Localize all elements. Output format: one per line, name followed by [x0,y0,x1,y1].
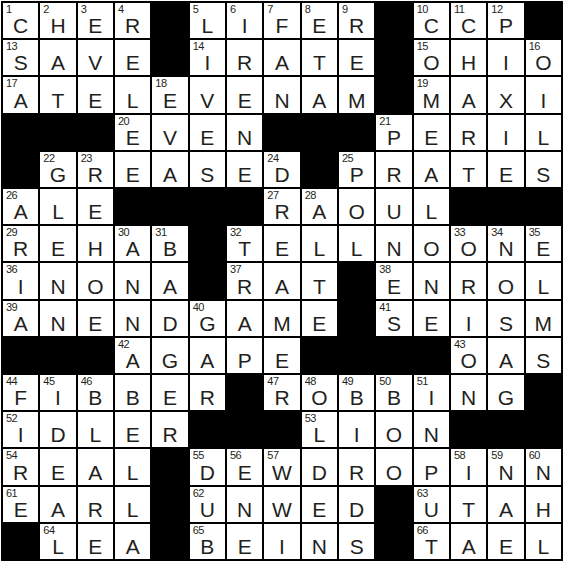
cell-r15c12[interactable]: 66T [414,524,449,559]
cell-r9c9[interactable]: E [302,301,337,336]
cell-r11c12[interactable]: 51I [414,375,449,410]
cell-r9c3[interactable]: E [78,301,113,336]
cell-r13c14[interactable]: 59N [488,449,523,484]
black-square-r4c1 [3,115,38,150]
cell-letter: F [264,15,299,36]
cell-r6c12[interactable]: L [414,189,449,224]
cell-r11c5[interactable]: E [152,375,187,410]
cell-r3c4[interactable]: L [115,77,150,112]
cell-r7c11[interactable]: N [376,226,411,261]
cell-r8c5[interactable]: A [152,263,187,298]
cell-r5c15[interactable]: S [526,152,561,187]
cell-r13c3[interactable]: A [78,449,113,484]
cell-r15c3[interactable]: E [78,524,113,559]
clue-number: 8 [305,4,311,16]
cell-letter: R [264,201,299,222]
cell-r13c15[interactable]: 60N [526,449,561,484]
cell-r8c2[interactable]: N [40,263,75,298]
cell-r2c8[interactable]: A [264,40,299,75]
cell-letter: R [227,276,262,297]
cell-letter: F [3,387,38,408]
cell-r13c9[interactable]: D [302,449,337,484]
cell-r15c13[interactable]: A [451,524,486,559]
cell-letter: A [414,164,449,185]
cell-r8c13[interactable]: R [451,263,486,298]
cell-letter: M [414,90,449,111]
cell-r11c6[interactable]: R [190,375,225,410]
cell-r11c10[interactable]: 49B [339,375,374,410]
cell-r14c10[interactable]: D [339,487,374,522]
cell-r2c10[interactable]: E [339,40,374,75]
cell-r5c11[interactable]: R [376,152,411,187]
cell-r3c12[interactable]: 19M [414,77,449,112]
cell-r11c3[interactable]: 46B [78,375,113,410]
cell-letter: A [40,499,75,520]
cell-r5c5[interactable]: A [152,152,187,187]
cell-r13c11[interactable]: O [376,449,411,484]
cell-r8c7[interactable]: 37R [227,263,262,298]
cell-letter: E [78,201,113,222]
cell-letter: N [115,276,150,297]
cell-r14c7[interactable]: N [227,487,262,522]
cell-letter: O [414,52,449,73]
cell-r2c6[interactable]: 14I [190,40,225,75]
cell-r2c7[interactable]: R [227,40,262,75]
cell-letter: L [115,90,150,111]
cell-r7c3[interactable]: H [78,226,113,261]
cell-r1c4[interactable]: 4R [115,3,150,38]
cell-letter: A [264,276,299,297]
cell-r12c11[interactable]: O [376,412,411,447]
cell-r5c2[interactable]: 22G [40,152,75,187]
cell-r3c2[interactable]: T [40,77,75,112]
cell-r12c3[interactable]: L [78,412,113,447]
cell-r7c12[interactable]: O [414,226,449,261]
cell-letter: A [115,350,150,371]
cell-r10c8[interactable]: E [264,338,299,373]
black-square-r6c7 [227,189,262,224]
cell-letter: L [302,424,337,445]
cell-r13c13[interactable]: 58I [451,449,486,484]
cell-r1c7[interactable]: 6I [227,3,262,38]
cell-r8c3[interactable]: O [78,263,113,298]
cell-r1c6[interactable]: 5L [190,3,225,38]
cell-letter: R [227,52,262,73]
black-square-r4c3 [78,115,113,150]
cell-r1c13[interactable]: 11C [451,3,486,38]
cell-r14c4[interactable]: L [115,487,150,522]
black-square-r13c5 [152,449,187,484]
cell-letter: L [78,424,113,445]
cell-r10c6[interactable]: A [190,338,225,373]
cell-r10c5[interactable]: G [152,338,187,373]
cell-letter: R [339,462,374,483]
cell-letter: L [302,238,337,259]
cell-r13c10[interactable]: R [339,449,374,484]
cell-letter: S [526,350,561,371]
cell-r5c14[interactable]: E [488,152,523,187]
cell-r15c6[interactable]: 65B [190,524,225,559]
cell-r10c15[interactable]: S [526,338,561,373]
cell-r7c7[interactable]: 32T [227,226,262,261]
cell-r5c8[interactable]: 24D [264,152,299,187]
cell-r14c8[interactable]: W [264,487,299,522]
cell-letter: A [451,536,486,557]
cell-r3c10[interactable]: M [339,77,374,112]
cell-r11c1[interactable]: 44F [3,375,38,410]
cell-r6c10[interactable]: O [339,189,374,224]
cell-r13c4[interactable]: L [115,449,150,484]
cell-letter: A [152,276,187,297]
cell-letter: I [488,127,523,148]
cell-letter: G [40,164,75,185]
cell-letter: E [115,52,150,73]
cell-r2c13[interactable]: H [451,40,486,75]
cell-r12c12[interactable]: N [414,412,449,447]
cell-r13c12[interactable]: P [414,449,449,484]
cell-r10c4[interactable]: 42A [115,338,150,373]
cell-r2c3[interactable]: V [78,40,113,75]
cell-r4c13[interactable]: R [451,115,486,150]
cell-letter: B [115,387,150,408]
cell-r14c6[interactable]: 62U [190,487,225,522]
cell-r3c13[interactable]: A [451,77,486,112]
cell-letter: E [264,238,299,259]
cell-r14c9[interactable]: E [302,487,337,522]
cell-r3c7[interactable]: E [227,77,262,112]
cell-r7c13[interactable]: 33O [451,226,486,261]
cell-letter: G [190,313,225,334]
cell-letter: N [40,313,75,334]
cell-r13c1[interactable]: 54R [3,449,38,484]
cell-r2c1[interactable]: 13S [3,40,38,75]
cell-letter: L [115,462,150,483]
cell-r9c12[interactable]: E [414,301,449,336]
cell-letter: I [3,276,38,297]
cell-letter: B [78,387,113,408]
cell-letter: E [152,90,187,111]
clue-number: 52 [6,413,17,425]
cell-letter: N [40,276,75,297]
clue-number: 5 [193,4,199,16]
cell-letter: N [488,462,523,483]
cell-letter: O [451,350,486,371]
cell-r7c8[interactable]: E [264,226,299,261]
cell-r8c11[interactable]: 38E [376,263,411,298]
cell-letter: R [3,462,38,483]
cell-r5c6[interactable]: S [190,152,225,187]
cell-r4c7[interactable]: N [227,115,262,150]
cell-r7c15[interactable]: 35E [526,226,561,261]
cell-r2c14[interactable]: I [488,40,523,75]
cell-letter: O [376,462,411,483]
cell-r9c4[interactable]: N [115,301,150,336]
cell-r8c4[interactable]: N [115,263,150,298]
black-square-r12c14 [488,412,523,447]
cell-letter: V [152,127,187,148]
cell-letter: I [451,462,486,483]
cell-letter: A [488,350,523,371]
cell-r13c8[interactable]: 57W [264,449,299,484]
cell-letter: N [526,462,561,483]
cell-letter: L [190,15,225,36]
cell-letter: L [526,536,561,557]
cell-r8c14[interactable]: O [488,263,523,298]
cell-letter: O [451,238,486,259]
cell-letter: E [40,462,75,483]
cell-r13c6[interactable]: 55D [190,449,225,484]
cell-letter: N [376,238,411,259]
cell-r15c14[interactable]: E [488,524,523,559]
cell-letter: S [3,52,38,73]
cell-r2c9[interactable]: T [302,40,337,75]
cell-letter: E [227,462,262,483]
cell-letter: A [78,462,113,483]
cell-r11c11[interactable]: 50B [376,375,411,410]
cell-r15c2[interactable]: 64L [40,524,75,559]
black-square-r4c10 [339,115,374,150]
cell-r11c8[interactable]: 47R [264,375,299,410]
cell-letter: X [488,90,523,111]
cell-letter: E [3,499,38,520]
black-square-r8c10 [339,263,374,298]
cell-r5c12[interactable]: A [414,152,449,187]
cell-r2c2[interactable]: A [40,40,75,75]
cell-r5c10[interactable]: 25P [339,152,374,187]
cell-r10c7[interactable]: P [227,338,262,373]
cell-r3c6[interactable]: V [190,77,225,112]
cell-r6c11[interactable]: U [376,189,411,224]
cell-letter: I [3,424,38,445]
cell-r4c15[interactable]: L [526,115,561,150]
cell-letter: A [451,90,486,111]
cell-letter: A [302,201,337,222]
cell-r1c3[interactable]: 3E [78,3,113,38]
cell-r14c14[interactable]: A [488,487,523,522]
black-square-r6c5 [152,189,187,224]
cell-r8c15[interactable]: L [526,263,561,298]
clue-number: 51 [417,376,428,388]
cell-r5c13[interactable]: T [451,152,486,187]
cell-r3c3[interactable]: E [78,77,113,112]
cell-letter: E [78,90,113,111]
clue-number: 4 [118,4,124,16]
cell-letter: M [339,90,374,111]
cell-r13c7[interactable]: 56E [227,449,262,484]
cell-r8c8[interactable]: A [264,263,299,298]
cell-r1c9[interactable]: 8E [302,3,337,38]
cell-r10c13[interactable]: 43O [451,338,486,373]
cell-letter: R [78,499,113,520]
cell-letter: A [302,90,337,111]
cell-r11c13[interactable]: N [451,375,486,410]
cell-letter: L [115,499,150,520]
cell-r12c1[interactable]: 52I [3,412,38,447]
clue-number: 36 [6,264,17,276]
cell-r7c9[interactable]: L [302,226,337,261]
cell-r14c2[interactable]: A [40,487,75,522]
black-square-r2c5 [152,40,187,75]
cell-r4c11[interactable]: 21P [376,115,411,150]
cell-letter: I [264,536,299,557]
black-square-r15c11 [376,524,411,559]
cell-r1c10[interactable]: 9R [339,3,374,38]
cell-r7c14[interactable]: 34N [488,226,523,261]
cell-r15c7[interactable]: E [227,524,262,559]
black-square-r10c1 [3,338,38,373]
cell-letter: A [227,313,262,334]
cell-r9c11[interactable]: 41S [376,301,411,336]
cell-r12c9[interactable]: 53L [302,412,337,447]
black-square-r4c9 [302,115,337,150]
cell-letter: D [152,313,187,334]
black-square-r6c15 [526,189,561,224]
cell-r7c4[interactable]: 30A [115,226,150,261]
cell-r12c5[interactable]: R [152,412,187,447]
cell-letter: N [414,276,449,297]
cell-r6c3[interactable]: E [78,189,113,224]
cell-r14c1[interactable]: 61E [3,487,38,522]
cell-r3c15[interactable]: I [526,77,561,112]
cell-r14c15[interactable]: H [526,487,561,522]
cell-r4c14[interactable]: I [488,115,523,150]
cell-letter: U [376,201,411,222]
clue-number: 6 [230,4,236,16]
cell-letter: U [414,499,449,520]
black-square-r1c11 [376,3,411,38]
cell-r5c3[interactable]: 23R [78,152,113,187]
cell-letter: E [302,313,337,334]
cell-r2c12[interactable]: 15O [414,40,449,75]
cell-letter: L [40,536,75,557]
cell-letter: A [3,313,38,334]
black-square-r12c6 [190,412,225,447]
cell-r11c9[interactable]: 48O [302,375,337,410]
cell-letter: T [451,164,486,185]
cell-r9c6[interactable]: 40G [190,301,225,336]
cell-r8c1[interactable]: 36I [3,263,38,298]
cell-r2c15[interactable]: 16O [526,40,561,75]
black-square-r14c5 [152,487,187,522]
cell-r14c13[interactable]: T [451,487,486,522]
cell-letter: N [227,499,262,520]
cell-r15c9[interactable]: N [302,524,337,559]
cell-letter: H [526,499,561,520]
cell-letter: H [40,15,75,36]
cell-r4c4[interactable]: 20E [115,115,150,150]
cell-letter: T [414,536,449,557]
cell-r4c5[interactable]: V [152,115,187,150]
cell-r9c2[interactable]: N [40,301,75,336]
cell-r6c8[interactable]: 27R [264,189,299,224]
cell-r9c15[interactable]: M [526,301,561,336]
cell-r7c2[interactable]: E [40,226,75,261]
black-square-r12c15 [526,412,561,447]
cell-letter: D [264,164,299,185]
cell-r6c2[interactable]: L [40,189,75,224]
cell-r7c5[interactable]: 31B [152,226,187,261]
cell-letter: G [488,387,523,408]
black-square-r9c10 [339,301,374,336]
cell-r15c10[interactable]: S [339,524,374,559]
cell-letter: R [451,276,486,297]
cell-r14c3[interactable]: R [78,487,113,522]
cell-r12c10[interactable]: I [339,412,374,447]
cell-r11c14[interactable]: G [488,375,523,410]
cell-r5c4[interactable]: E [115,152,150,187]
cell-r5c7[interactable]: E [227,152,262,187]
cell-r3c9[interactable]: A [302,77,337,112]
clue-number: 1 [6,4,12,16]
cell-r8c12[interactable]: N [414,263,449,298]
cell-r9c14[interactable]: S [488,301,523,336]
cell-letter: V [78,52,113,73]
cell-letter: R [376,164,411,185]
black-square-r2c11 [376,40,411,75]
cell-r15c15[interactable]: L [526,524,561,559]
cell-r10c14[interactable]: A [488,338,523,373]
cell-r14c12[interactable]: 63U [414,487,449,522]
cell-letter: T [40,90,75,111]
cell-letter: U [190,499,225,520]
cell-r15c4[interactable]: A [115,524,150,559]
cell-letter: D [339,499,374,520]
black-square-r11c7 [227,375,262,410]
cell-r12c4[interactable]: E [115,412,150,447]
cell-r3c14[interactable]: X [488,77,523,112]
cell-r12c2[interactable]: D [40,412,75,447]
cell-r9c7[interactable]: A [227,301,262,336]
cell-r1c2[interactable]: 2H [40,3,75,38]
cell-r3c8[interactable]: N [264,77,299,112]
cell-r4c6[interactable]: E [190,115,225,150]
cell-letter: E [227,90,262,111]
cell-r11c4[interactable]: B [115,375,150,410]
black-square-r1c15 [526,3,561,38]
cell-letter: S [526,164,561,185]
cell-letter: T [302,52,337,73]
cell-r9c13[interactable]: I [451,301,486,336]
cell-r6c9[interactable]: 28A [302,189,337,224]
cell-r13c2[interactable]: E [40,449,75,484]
cell-letter: P [376,127,411,148]
cell-r9c5[interactable]: D [152,301,187,336]
black-square-r6c14 [488,189,523,224]
cell-letter: E [302,499,337,520]
cell-letter: L [339,238,374,259]
cell-r15c8[interactable]: I [264,524,299,559]
cell-r1c14[interactable]: 12P [488,3,523,38]
cell-r7c10[interactable]: L [339,226,374,261]
cell-r11c2[interactable]: 45I [40,375,75,410]
cell-r7c1[interactable]: 29R [3,226,38,261]
cell-r1c8[interactable]: 7F [264,3,299,38]
cell-r1c12[interactable]: 10C [414,3,449,38]
cell-r3c1[interactable]: 17A [3,77,38,112]
cell-r9c8[interactable]: M [264,301,299,336]
cell-r6c1[interactable]: 26A [3,189,38,224]
cell-r2c4[interactable]: E [115,40,150,75]
cell-letter: R [3,238,38,259]
cell-r9c1[interactable]: 39A [3,301,38,336]
cell-letter: T [302,276,337,297]
cell-r1c1[interactable]: 1C [3,3,38,38]
cell-letter: E [115,164,150,185]
black-square-r5c9 [302,152,337,187]
cell-r8c9[interactable]: T [302,263,337,298]
cell-r3c5[interactable]: 18E [152,77,187,112]
cell-r4c12[interactable]: E [414,115,449,150]
